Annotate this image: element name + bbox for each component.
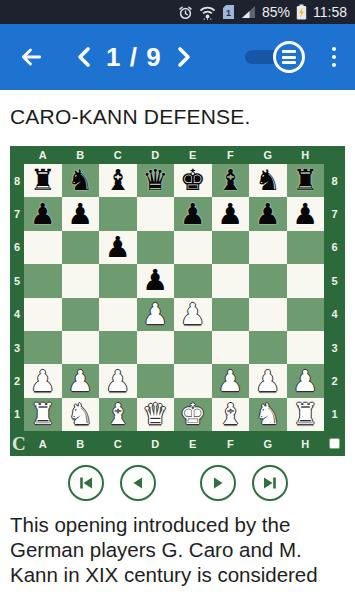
square-d5[interactable]: ♟ [137,264,175,297]
rank-label-2: 2 [10,364,24,397]
square-e7[interactable]: ♟ [174,197,212,230]
square-e2[interactable] [174,364,212,397]
square-g1[interactable]: ♞ [249,398,287,431]
black-pawn: ♟ [99,231,137,264]
list-view-toggle[interactable] [245,42,297,72]
file-label-f: F [212,146,250,164]
description-line: German players G. Caro and M. [10,537,345,562]
square-c8[interactable]: ♝ [99,164,137,197]
black-pawn: ♟ [287,197,325,230]
rank-label-4: 4 [10,298,24,331]
black-rook: ♜ [287,164,325,197]
rank-label-7: 7 [324,197,345,230]
file-label-a: A [24,146,62,164]
description-line: This opening introduced by the [10,512,345,537]
square-a4[interactable] [24,298,62,331]
white-king: ♚ [174,398,212,431]
square-g4[interactable] [249,298,287,331]
square-c5[interactable] [99,264,137,297]
square-e6[interactable] [174,231,212,264]
square-g6[interactable] [249,231,287,264]
file-label-h: H [287,431,325,456]
svg-text:1: 1 [226,8,231,18]
square-e3[interactable] [174,331,212,364]
white-queen: ♛ [137,398,175,431]
clock-time: 11:58 [313,0,347,24]
white-pawn: ♟ [137,298,175,331]
board-wrap: ABCDEFGH8♜♞♝♛♚♝♞♜87♟♟♟♟♟♟76♟65♟54♟♟4332♟… [10,146,345,456]
file-label-b: B [62,146,100,164]
square-f2[interactable]: ♟ [212,364,250,397]
square-e8[interactable]: ♚ [174,164,212,197]
square-a1[interactable]: ♜ [24,398,62,431]
square-a7[interactable]: ♟ [24,197,62,230]
skip-to-start-icon [77,474,95,492]
square-a2[interactable]: ♟ [24,364,62,397]
rank-label-3: 3 [324,331,345,364]
white-pawn: ♟ [62,364,100,397]
square-c3[interactable] [99,331,137,364]
square-g8[interactable]: ♞ [249,164,287,197]
file-label-h: H [287,146,325,164]
square-f6[interactable] [212,231,250,264]
black-bishop: ♝ [212,164,250,197]
square-f7[interactable]: ♟ [212,197,250,230]
chess-board: ABCDEFGH8♜♞♝♛♚♝♞♜87♟♟♟♟♟♟76♟65♟54♟♟4332♟… [10,146,345,456]
square-b3[interactable] [62,331,100,364]
square-b7[interactable]: ♟ [62,197,100,230]
square-b4[interactable] [62,298,100,331]
square-c1[interactable]: ♝ [99,398,137,431]
white-pawn: ♟ [249,364,287,397]
square-f1[interactable]: ♝ [212,398,250,431]
file-label-g: G [249,431,287,456]
square-b2[interactable]: ♟ [62,364,100,397]
square-h3[interactable] [287,331,325,364]
square-e5[interactable] [174,264,212,297]
white-rook: ♜ [24,398,62,431]
status-bar: 1 85% 11:58 [0,0,355,24]
file-label-a: A [24,431,62,456]
black-pawn: ♟ [174,197,212,230]
square-d8[interactable]: ♛ [137,164,175,197]
square-c2[interactable]: ♟ [99,364,137,397]
chevron-right-icon [174,46,194,68]
board-corner [324,146,345,164]
list-icon [273,41,305,73]
rank-label-5: 5 [10,264,24,297]
rank-label-7: 7 [10,197,24,230]
square-d2[interactable] [137,364,175,397]
square-d3[interactable] [137,331,175,364]
rank-label-6: 6 [324,231,345,264]
next-icon [209,474,227,492]
file-label-c: C [99,146,137,164]
signal-icon [241,5,256,19]
square-e1[interactable]: ♚ [174,398,212,431]
square-d6[interactable] [137,231,175,264]
white-pawn: ♟ [212,364,250,397]
battery-percent: 85% [262,0,290,24]
alarm-icon [178,5,193,20]
rank-label-6: 6 [10,231,24,264]
rank-label-5: 5 [324,264,345,297]
black-pawn: ♟ [137,264,175,297]
overflow-menu-button[interactable] [325,42,343,72]
sim-card-icon: 1 [222,4,235,20]
back-button[interactable] [16,42,46,72]
square-g7[interactable]: ♟ [249,197,287,230]
rank-label-8: 8 [10,164,24,197]
square-h1[interactable]: ♜ [287,398,325,431]
square-a3[interactable] [24,331,62,364]
square-h4[interactable] [287,298,325,331]
white-pawn: ♟ [174,298,212,331]
square-h5[interactable] [287,264,325,297]
black-rook: ♜ [24,164,62,197]
file-label-f: F [212,431,250,456]
file-label-c: C [99,431,137,456]
square-a8[interactable]: ♜ [24,164,62,197]
black-bishop: ♝ [99,164,137,197]
square-d4[interactable]: ♟ [137,298,175,331]
square-h6[interactable] [287,231,325,264]
white-bishop: ♝ [212,398,250,431]
square-c4[interactable] [99,298,137,331]
file-label-e: E [174,431,212,456]
publisher-logo: C [10,431,24,456]
rank-label-2: 2 [324,364,345,397]
square-d7[interactable] [137,197,175,230]
black-pawn: ♟ [212,197,250,230]
square-b5[interactable] [62,264,100,297]
wifi-icon [199,5,216,20]
square-h2[interactable]: ♟ [287,364,325,397]
square-g2[interactable]: ♟ [249,364,287,397]
file-label-b: B [62,431,100,456]
description-line: very reliable, but slightly passive. [10,587,345,592]
file-label-d: D [137,431,175,456]
square-f8[interactable]: ♝ [212,164,250,197]
white-rook: ♜ [287,398,325,431]
opening-description: This opening introduced by the German pl… [10,512,345,592]
description-line: Kann in XIX century is considered [10,562,345,587]
file-label-g: G [249,146,287,164]
page-title: CARO-KANN DEFENSE. [10,105,345,129]
square-g5[interactable] [249,264,287,297]
board-marker-icon [324,431,345,456]
white-knight: ♞ [249,398,287,431]
white-pawn: ♟ [99,364,137,397]
chevron-left-icon [74,46,94,68]
previous-page-button[interactable] [72,45,96,69]
page-indicator: 1 / 9 [106,42,162,73]
board-corner [10,146,24,164]
square-b8[interactable]: ♞ [62,164,100,197]
square-h7[interactable]: ♟ [287,197,325,230]
square-e4[interactable]: ♟ [174,298,212,331]
square-c7[interactable] [99,197,137,230]
white-pawn: ♟ [24,364,62,397]
black-king: ♚ [174,164,212,197]
black-pawn: ♟ [249,197,287,230]
square-d1[interactable]: ♛ [137,398,175,431]
square-b1[interactable]: ♞ [62,398,100,431]
white-knight: ♞ [62,398,100,431]
file-label-d: D [137,146,175,164]
next-page-button[interactable] [172,45,196,69]
skip-to-end-icon [261,474,279,492]
square-b6[interactable] [62,231,100,264]
square-a5[interactable] [24,264,62,297]
square-a6[interactable] [24,231,62,264]
rank-label-1: 1 [10,398,24,431]
black-knight: ♞ [249,164,287,197]
move-navigation [0,465,355,501]
rank-label-4: 4 [324,298,345,331]
square-g3[interactable] [249,331,287,364]
square-f4[interactable] [212,298,250,331]
black-queen: ♛ [137,164,175,197]
white-pawn: ♟ [287,364,325,397]
black-knight: ♞ [62,164,100,197]
black-pawn: ♟ [62,197,100,230]
square-h8[interactable]: ♜ [287,164,325,197]
square-c6[interactable]: ♟ [99,231,137,264]
previous-move-button[interactable] [120,465,156,501]
rank-label-8: 8 [324,164,345,197]
square-f3[interactable] [212,331,250,364]
previous-icon [129,474,147,492]
first-move-button[interactable] [68,465,104,501]
battery-charging-icon [296,4,307,20]
white-bishop: ♝ [99,398,137,431]
black-pawn: ♟ [24,197,62,230]
toolbar: 1 / 9 [0,24,355,90]
rank-label-3: 3 [10,331,24,364]
file-label-e: E [174,146,212,164]
rank-label-1: 1 [324,398,345,431]
last-move-button[interactable] [252,465,288,501]
square-f5[interactable] [212,264,250,297]
next-move-button[interactable] [200,465,236,501]
